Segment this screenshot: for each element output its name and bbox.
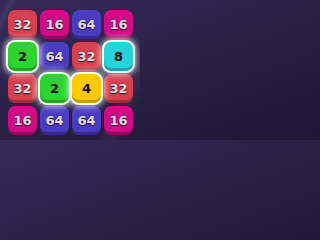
tile-r4c1[interactable]: 16: [8, 106, 37, 135]
tile-r2c4[interactable]: 8: [104, 42, 133, 71]
tile-r2c3[interactable]: 32: [72, 42, 101, 71]
tile-value: 32: [109, 82, 127, 95]
tile-value: 2: [50, 82, 59, 95]
tile-value: 64: [45, 114, 63, 127]
tile-value: 8: [114, 50, 123, 63]
tile-r3c1[interactable]: 32: [8, 74, 37, 103]
tile-r3c3[interactable]: 4: [72, 74, 101, 103]
tile-r1c4[interactable]: 16: [104, 10, 133, 39]
tile-value: 16: [109, 114, 127, 127]
tile-r3c4[interactable]: 32: [104, 74, 133, 103]
tile-value: 32: [13, 18, 31, 31]
tile-r3c2[interactable]: 2: [40, 74, 69, 103]
tile-r2c2[interactable]: 64: [40, 42, 69, 71]
game-board: 3216641626432832243216646416: [8, 10, 133, 135]
tile-value: 2: [18, 50, 27, 63]
tile-r1c2[interactable]: 16: [40, 10, 69, 39]
tile-value: 32: [13, 82, 31, 95]
tile-value: 16: [45, 18, 63, 31]
tile-value: 4: [82, 82, 91, 95]
tile-value: 64: [77, 114, 95, 127]
tile-value: 16: [13, 114, 31, 127]
tile-value: 64: [77, 18, 95, 31]
tile-r1c3[interactable]: 64: [72, 10, 101, 39]
tile-r4c3[interactable]: 64: [72, 106, 101, 135]
tile-r2c1[interactable]: 2: [8, 42, 37, 71]
tile-value: 64: [45, 50, 63, 63]
tile-value: 32: [77, 50, 95, 63]
tile-r4c4[interactable]: 16: [104, 106, 133, 135]
tile-value: 16: [109, 18, 127, 31]
tile-r1c1[interactable]: 32: [8, 10, 37, 39]
tile-r4c2[interactable]: 64: [40, 106, 69, 135]
